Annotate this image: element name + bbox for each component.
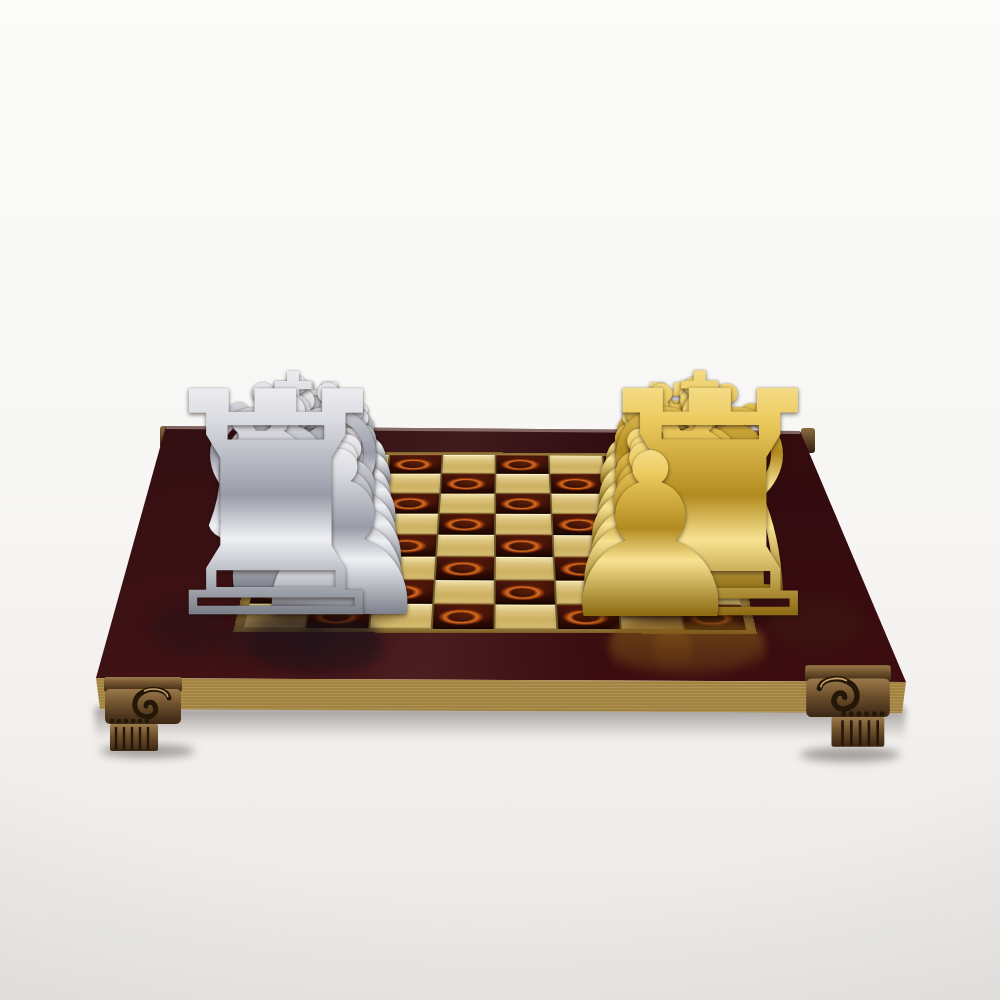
board-foot-front-right [804,662,892,750]
scene: ♜♟♟♜♞♟♟♞♝♟♟♝♛♟♟♛♚♟♟♚♝♟♟♝♞♟♟♞♜♟♟♜ [0,0,1000,1000]
board-foot-front-left [102,676,184,752]
piece-white-rook-h1[interactable]: ♜ [90,353,461,662]
piece-black-pawn-h7[interactable]: ♟ [514,424,787,651]
